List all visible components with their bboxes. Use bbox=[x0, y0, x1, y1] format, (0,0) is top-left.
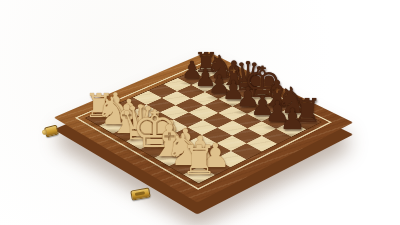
chess-set-product-photo: ♜♟♞♟♝♟♛♟♚♟♝♟♟♞♜♟♟♜♞♟♟♝♟♛♟♚♟♝♟♞♟♜ bbox=[0, 0, 400, 225]
chess-board-frame bbox=[54, 51, 354, 202]
board-grid bbox=[85, 65, 322, 184]
chess-board-3d-wrap bbox=[0, 0, 400, 225]
